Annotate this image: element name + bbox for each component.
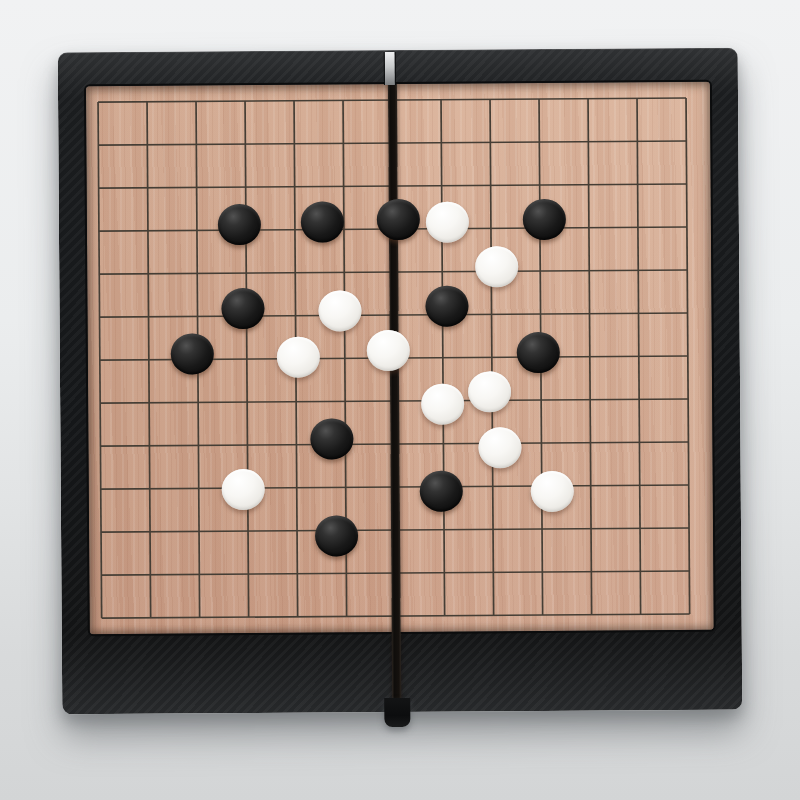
stone-black[interactable]: [425, 285, 468, 326]
stone-black[interactable]: [300, 201, 343, 242]
hinge-clasp: [384, 698, 410, 727]
stone-white[interactable]: [221, 468, 264, 509]
stone-white[interactable]: [530, 470, 573, 511]
stone-black[interactable]: [419, 470, 462, 511]
stone-black[interactable]: [221, 287, 264, 328]
stone-white[interactable]: [276, 336, 319, 377]
stone-white[interactable]: [425, 201, 468, 242]
photo-backdrop: [0, 0, 800, 800]
go-board: [58, 48, 743, 715]
stone-black[interactable]: [522, 198, 565, 239]
stone-white[interactable]: [318, 290, 361, 331]
stone-black[interactable]: [516, 331, 559, 372]
stones-layer: [96, 96, 692, 620]
stone-white[interactable]: [366, 329, 409, 370]
stone-black[interactable]: [310, 418, 353, 459]
stone-white[interactable]: [421, 383, 464, 424]
stone-white[interactable]: [478, 427, 521, 468]
stone-black[interactable]: [314, 515, 357, 556]
fold-gap: [384, 52, 396, 85]
stone-white[interactable]: [467, 371, 510, 412]
stone-black[interactable]: [376, 198, 419, 239]
stone-black[interactable]: [217, 203, 260, 244]
stone-white[interactable]: [475, 246, 518, 287]
stone-black[interactable]: [170, 333, 213, 374]
